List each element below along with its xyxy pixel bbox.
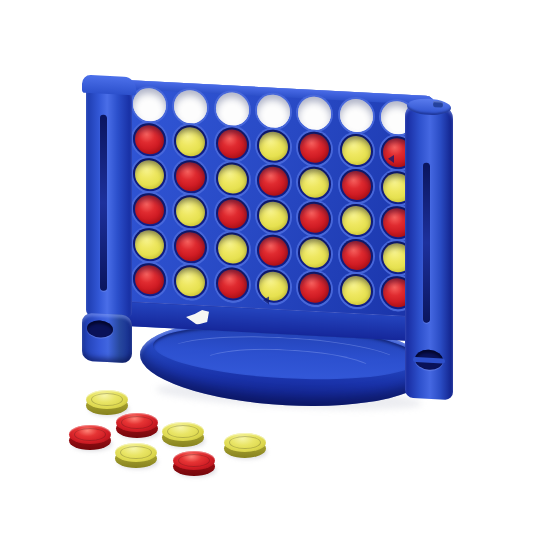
- disc-grid: [129, 86, 418, 311]
- board-cell-r6c1[interactable]: [129, 261, 170, 298]
- loose-red-disc[interactable]: [116, 413, 158, 439]
- red-disc: [133, 192, 166, 227]
- red-disc-face: [135, 124, 164, 155]
- red-disc-face: [259, 166, 288, 197]
- red-disc: [298, 201, 331, 236]
- board-cell-r6c4[interactable]: [253, 268, 294, 305]
- red-disc-face: [173, 451, 215, 470]
- yellow-disc-face: [342, 205, 371, 236]
- right-pillar-cap: [407, 98, 451, 116]
- empty-slot: [174, 89, 207, 124]
- board-cell-r5c1[interactable]: [129, 226, 170, 263]
- yellow-disc-face: [162, 422, 204, 441]
- yellow-disc-face: [86, 390, 128, 409]
- board-cell-r3c5[interactable]: [294, 165, 335, 202]
- yellow-disc: [133, 227, 166, 262]
- board-cell-r6c5[interactable]: [294, 270, 335, 307]
- yellow-disc-face: [300, 168, 329, 199]
- yellow-disc-face: [176, 127, 205, 158]
- red-disc: [174, 229, 207, 264]
- board-cell-r4c1[interactable]: [129, 191, 170, 228]
- red-disc: [340, 168, 373, 203]
- red-disc-face: [135, 194, 164, 225]
- product-photo-stage: [0, 0, 550, 550]
- board-cell-r1c5[interactable]: [294, 95, 335, 132]
- right-foot-hole: [415, 349, 443, 370]
- red-disc-face: [69, 425, 111, 444]
- board-cell-r1c4[interactable]: [253, 93, 294, 130]
- board-cell-r5c2[interactable]: [170, 228, 211, 265]
- yellow-disc-face: [342, 135, 371, 166]
- red-disc: [257, 164, 290, 199]
- loose-yellow-disc[interactable]: [162, 422, 204, 448]
- board-cell-r1c3[interactable]: [212, 90, 253, 127]
- connect-four-board: [70, 74, 490, 436]
- yellow-disc: [340, 273, 373, 308]
- board-cell-r5c3[interactable]: [212, 230, 253, 267]
- red-disc: [298, 271, 331, 306]
- board-cell-r6c6[interactable]: [335, 272, 376, 309]
- empty-slot: [216, 92, 249, 127]
- board-cell-r1c6[interactable]: [335, 97, 376, 134]
- grid-panel: [122, 80, 435, 342]
- board-cell-r6c3[interactable]: [212, 265, 253, 302]
- board-cell-r5c4[interactable]: [253, 233, 294, 270]
- board-cell-r2c1[interactable]: [129, 121, 170, 158]
- yellow-disc-face: [176, 267, 205, 298]
- left-pillar-cap: [82, 75, 136, 96]
- empty-slot: [133, 87, 166, 122]
- red-disc: [216, 267, 249, 302]
- red-disc-face: [176, 162, 205, 193]
- board-cell-r3c1[interactable]: [129, 156, 170, 193]
- yellow-disc: [216, 162, 249, 197]
- red-disc: [340, 238, 373, 273]
- yellow-disc: [174, 264, 207, 299]
- yellow-disc: [257, 269, 290, 304]
- red-disc: [216, 197, 249, 232]
- yellow-disc-face: [300, 238, 329, 269]
- board-cell-r4c3[interactable]: [212, 195, 253, 232]
- board-cell-r1c2[interactable]: [170, 88, 211, 125]
- red-disc-face: [300, 203, 329, 234]
- yellow-disc: [257, 199, 290, 234]
- yellow-disc: [257, 129, 290, 164]
- red-disc-face: [116, 413, 158, 432]
- board-cell-r4c4[interactable]: [253, 198, 294, 235]
- board-cell-r3c3[interactable]: [212, 160, 253, 197]
- yellow-disc-face: [259, 201, 288, 232]
- board-cell-r2c6[interactable]: [335, 132, 376, 169]
- board-cell-r3c6[interactable]: [335, 167, 376, 204]
- yellow-disc-face: [259, 131, 288, 162]
- red-disc: [216, 127, 249, 162]
- right-pillar: [405, 103, 453, 401]
- board-cell-r2c3[interactable]: [212, 125, 253, 162]
- red-disc: [257, 234, 290, 269]
- right-pillar-slot: [423, 162, 430, 322]
- board-cell-r4c5[interactable]: [294, 200, 335, 237]
- red-disc-face: [300, 133, 329, 164]
- left-foot: [82, 313, 132, 364]
- red-disc-face: [342, 170, 371, 201]
- board-cell-r6c2[interactable]: [170, 263, 211, 300]
- yellow-disc: [174, 194, 207, 229]
- red-disc-face: [135, 264, 164, 295]
- yellow-disc: [298, 166, 331, 201]
- empty-slot: [340, 98, 373, 133]
- yellow-disc: [340, 133, 373, 168]
- red-disc-face: [259, 236, 288, 267]
- red-disc-face: [218, 199, 247, 230]
- loose-red-disc[interactable]: [173, 451, 215, 477]
- red-disc: [298, 131, 331, 166]
- left-pillar-slot: [100, 115, 107, 291]
- board-cell-r3c4[interactable]: [253, 163, 294, 200]
- yellow-disc: [298, 236, 331, 271]
- board-cell-r2c2[interactable]: [170, 123, 211, 160]
- loose-red-disc[interactable]: [69, 425, 111, 451]
- board-cell-r3c2[interactable]: [170, 158, 211, 195]
- yellow-disc-face: [176, 197, 205, 228]
- yellow-disc-face: [218, 164, 247, 195]
- yellow-disc: [340, 203, 373, 238]
- board-cell-r5c5[interactable]: [294, 235, 335, 272]
- red-disc-face: [300, 273, 329, 304]
- red-disc-face: [342, 240, 371, 271]
- molded-arrow-icon: [388, 155, 394, 163]
- red-disc: [174, 159, 207, 194]
- cap-latch-tab: [433, 101, 443, 108]
- loose-yellow-disc[interactable]: [115, 443, 157, 469]
- yellow-disc-face: [342, 275, 371, 306]
- empty-slot: [298, 96, 331, 131]
- red-disc-face: [218, 129, 247, 160]
- molded-arrow-icon: [263, 296, 269, 304]
- red-disc-face: [176, 232, 205, 263]
- red-disc: [133, 122, 166, 157]
- empty-slot: [257, 94, 290, 129]
- board-cell-r4c6[interactable]: [335, 202, 376, 239]
- board-cell-r2c5[interactable]: [294, 130, 335, 167]
- board-cell-r4c2[interactable]: [170, 193, 211, 230]
- left-foot-hole: [87, 320, 113, 338]
- red-disc-face: [218, 269, 247, 300]
- red-disc: [133, 262, 166, 297]
- yellow-disc-face: [218, 234, 247, 265]
- yellow-disc: [133, 157, 166, 192]
- loose-yellow-disc[interactable]: [224, 433, 266, 459]
- yellow-disc-face: [115, 443, 157, 462]
- board-cell-r2c4[interactable]: [253, 128, 294, 165]
- yellow-disc: [174, 124, 207, 159]
- yellow-disc-face: [135, 229, 164, 260]
- yellow-disc: [216, 232, 249, 267]
- board-cell-r5c6[interactable]: [335, 237, 376, 274]
- yellow-disc-face: [135, 159, 164, 190]
- left-pillar: [86, 80, 132, 318]
- yellow-disc-face: [224, 433, 266, 452]
